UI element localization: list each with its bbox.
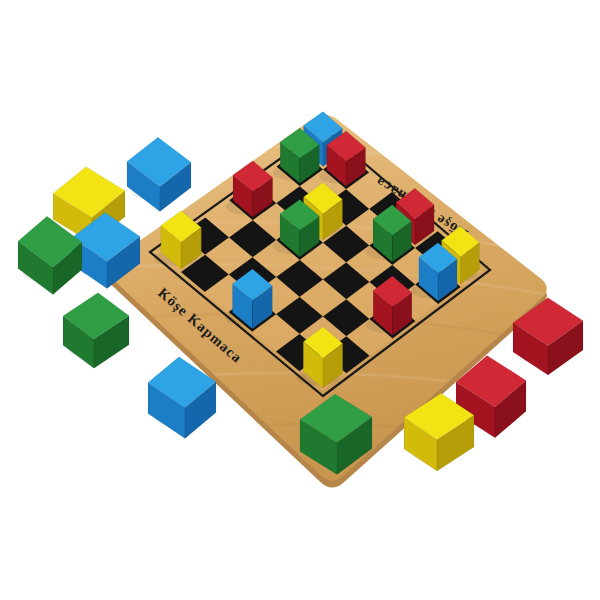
cube-blue-loose-2[interactable] <box>127 137 191 211</box>
photo-stage: Köşe KapmacaKöşe Kapmaca <box>0 0 600 600</box>
cube-green-loose-5[interactable] <box>63 293 129 369</box>
board-svg: Köşe KapmacaKöşe Kapmaca <box>0 0 600 600</box>
